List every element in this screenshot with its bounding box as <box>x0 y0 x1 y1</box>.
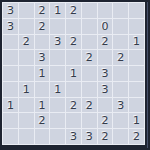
grid-cell[interactable] <box>50 129 65 144</box>
grid-cell-clue[interactable]: 2 <box>98 113 113 128</box>
grid-cell-clue[interactable]: 2 <box>129 129 144 144</box>
grid-cell-clue[interactable]: 3 <box>113 98 128 113</box>
grid-cell-clue[interactable]: 1 <box>129 35 144 50</box>
grid-cell[interactable] <box>3 129 18 144</box>
grid-cell-clue[interactable]: 2 <box>82 98 97 113</box>
grid-cell[interactable] <box>19 19 34 34</box>
grid-cell[interactable] <box>50 98 65 113</box>
grid-cell[interactable] <box>129 3 144 18</box>
grid-cell-clue[interactable]: 3 <box>3 3 18 18</box>
grid-cell-clue[interactable]: 2 <box>35 3 50 18</box>
grid-cell[interactable] <box>113 113 128 128</box>
grid-cell[interactable] <box>113 129 128 144</box>
grid-cell[interactable] <box>35 35 50 50</box>
frame-inner-edge <box>147 2 148 148</box>
grid-cell[interactable] <box>113 82 128 97</box>
grid-cell-clue[interactable]: 2 <box>66 98 81 113</box>
grid-cell-clue[interactable]: 0 <box>98 19 113 34</box>
grid-cell[interactable] <box>19 98 34 113</box>
grid-cell-clue[interactable]: 1 <box>129 113 144 128</box>
grid-cell[interactable] <box>129 66 144 81</box>
grid-cell-clue[interactable]: 3 <box>35 50 50 65</box>
grid-cell-clue[interactable]: 2 <box>98 35 113 50</box>
grid-cell[interactable] <box>82 35 97 50</box>
grid-cell-clue[interactable]: 2 <box>82 50 97 65</box>
grid-cell[interactable] <box>66 19 81 34</box>
grid-cell[interactable] <box>82 82 97 97</box>
grid-cell[interactable] <box>82 3 97 18</box>
grid-cell-clue[interactable]: 1 <box>3 98 18 113</box>
grid-cell[interactable] <box>113 35 128 50</box>
grid-cell-clue[interactable]: 1 <box>35 66 50 81</box>
grid-cell[interactable] <box>35 129 50 144</box>
grid-cell-clue[interactable]: 3 <box>3 19 18 34</box>
grid-cell-clue[interactable]: 2 <box>66 35 81 50</box>
grid-cell-clue[interactable]: 1 <box>66 66 81 81</box>
grid-cell[interactable] <box>19 50 34 65</box>
grid-cell[interactable] <box>3 50 18 65</box>
grid-cell-clue[interactable]: 3 <box>98 82 113 97</box>
grid-cell[interactable] <box>113 19 128 34</box>
grid-cell[interactable] <box>113 3 128 18</box>
grid-cell[interactable] <box>19 113 34 128</box>
grid-cell-clue[interactable]: 3 <box>50 35 65 50</box>
grid-cell[interactable] <box>3 35 18 50</box>
grid-cell[interactable] <box>98 98 113 113</box>
grid-cell-clue[interactable]: 1 <box>50 3 65 18</box>
grid-cell[interactable] <box>66 50 81 65</box>
grid-cell[interactable] <box>50 50 65 65</box>
grid-cell-clue[interactable]: 3 <box>98 66 113 81</box>
grid-cell[interactable] <box>3 113 18 128</box>
grid-cell[interactable] <box>19 3 34 18</box>
grid-cell[interactable] <box>98 50 113 65</box>
grid-cell-clue[interactable]: 2 <box>35 113 50 128</box>
grid-cell-clue[interactable]: 2 <box>19 35 34 50</box>
grid-cell-clue[interactable]: 2 <box>66 3 81 18</box>
grid-cell-clue[interactable]: 3 <box>82 129 97 144</box>
grid-cell[interactable] <box>35 82 50 97</box>
grid-cell[interactable] <box>129 19 144 34</box>
grid-cell[interactable] <box>66 113 81 128</box>
grid-cell[interactable] <box>66 82 81 97</box>
grid-cell-clue[interactable]: 2 <box>35 19 50 34</box>
grid-cell[interactable] <box>50 66 65 81</box>
grid-cell[interactable] <box>82 113 97 128</box>
puzzle-board-frame: 321232023221322113113112232213322 <box>0 0 150 150</box>
grid-cell[interactable] <box>129 82 144 97</box>
grid-cell[interactable] <box>129 98 144 113</box>
grid-cell-clue[interactable]: 2 <box>98 129 113 144</box>
grid-cell[interactable] <box>82 19 97 34</box>
grid-cell[interactable] <box>98 3 113 18</box>
grid-cell[interactable] <box>3 66 18 81</box>
grid-cell[interactable] <box>50 113 65 128</box>
grid-cell[interactable] <box>129 50 144 65</box>
grid-cell[interactable] <box>19 129 34 144</box>
grid-cell-clue[interactable]: 1 <box>35 98 50 113</box>
grid-cell-clue[interactable]: 3 <box>66 129 81 144</box>
grid-cell-clue[interactable]: 2 <box>113 50 128 65</box>
grid-cell-clue[interactable]: 1 <box>19 82 34 97</box>
grid-cell[interactable] <box>113 66 128 81</box>
grid-cell-clue[interactable]: 1 <box>50 82 65 97</box>
grid-cell[interactable] <box>3 82 18 97</box>
grid-cell[interactable] <box>82 66 97 81</box>
grid-cell[interactable] <box>19 66 34 81</box>
puzzle-grid: 321232023221322113113112232213322 <box>2 2 145 145</box>
grid-cell[interactable] <box>50 19 65 34</box>
